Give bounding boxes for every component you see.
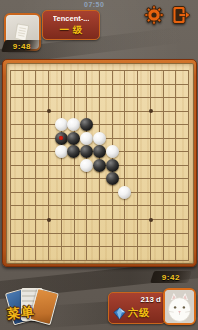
gear-icon [144,5,164,25]
stone-white [80,159,93,172]
player-info-badge: 213 d 六级 [108,292,166,324]
stone-black [93,145,106,158]
game-screen: 07:50 Tencent-... 一级 9:48 [0,0,198,330]
player-timer: 9:42 [150,271,192,283]
opponent-info-badge: Tencent-... 一级 [42,10,100,40]
last-move-marker [59,136,63,140]
star-point [149,218,153,222]
opponent-level: 一级 [60,24,87,37]
player-timer-value: 9:42 [162,273,180,282]
star-point [47,218,51,222]
exit-door-icon [171,5,191,25]
stone-black [106,172,119,185]
opponent-timer-value: 9:48 [13,42,31,51]
stone-black [67,132,80,145]
board-frame [2,59,197,267]
player-beans-count: 213 d [141,295,161,304]
system-clock: 07:50 [84,1,104,8]
stone-white [106,145,119,158]
exit-button[interactable] [171,5,191,25]
stone-white [80,132,93,145]
blue-gem-icon [113,307,126,320]
stone-black [93,159,106,172]
stone-black [106,159,119,172]
stone-black [80,118,93,131]
stone-white [93,132,106,145]
stone-black [55,132,68,145]
opponent-name: Tencent-... [53,14,90,23]
player-level-row: 六级 [113,306,150,320]
board[interactable] [6,63,194,264]
opponent-timer: 9:48 [1,40,43,52]
stone-white [55,145,68,158]
menu-button[interactable]: 菜单 [5,286,57,328]
player-level: 六级 [128,306,150,320]
player-avatar[interactable] [163,288,196,325]
menu-label: 菜单 [6,303,36,324]
stone-white [118,186,131,199]
stone-white [55,118,68,131]
white-cat-avatar [165,290,194,323]
settings-button[interactable] [144,5,164,25]
